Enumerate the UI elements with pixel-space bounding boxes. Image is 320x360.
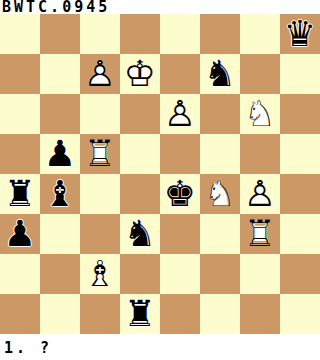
square-f6[interactable] [200, 94, 240, 134]
square-c5[interactable]: ♜♖ [80, 134, 120, 174]
square-g7[interactable] [240, 54, 280, 94]
square-g2[interactable] [240, 254, 280, 294]
square-a4[interactable]: ♜ [0, 174, 40, 214]
square-g3[interactable]: ♜♖ [240, 214, 280, 254]
square-d8[interactable] [120, 14, 160, 54]
square-d4[interactable] [120, 174, 160, 214]
square-c6[interactable] [80, 94, 120, 134]
square-c3[interactable] [80, 214, 120, 254]
square-f5[interactable] [200, 134, 240, 174]
square-c1[interactable] [80, 294, 120, 334]
square-h1[interactable] [280, 294, 320, 334]
square-f7[interactable]: ♞ [200, 54, 240, 94]
square-a6[interactable] [0, 94, 40, 134]
square-a5[interactable] [0, 134, 40, 174]
square-e8[interactable] [160, 14, 200, 54]
square-f2[interactable] [200, 254, 240, 294]
square-c8[interactable] [80, 14, 120, 54]
move-prompt: 1. ? [4, 340, 52, 358]
square-h3[interactable] [280, 214, 320, 254]
square-a1[interactable] [0, 294, 40, 334]
black-queen[interactable]: ♛ [280, 14, 320, 54]
square-c2[interactable]: ♝♗ [80, 254, 120, 294]
square-b1[interactable] [40, 294, 80, 334]
black-king[interactable]: ♚ [160, 174, 200, 214]
square-d1[interactable]: ♜ [120, 294, 160, 334]
white-knight[interactable]: ♞♘ [200, 174, 240, 214]
square-a3[interactable]: ♟ [0, 214, 40, 254]
square-e3[interactable] [160, 214, 200, 254]
square-h4[interactable] [280, 174, 320, 214]
square-e4[interactable]: ♚ [160, 174, 200, 214]
square-h5[interactable] [280, 134, 320, 174]
white-rook[interactable]: ♜♖ [240, 214, 280, 254]
square-h7[interactable] [280, 54, 320, 94]
square-f8[interactable] [200, 14, 240, 54]
black-pawn[interactable]: ♟ [40, 134, 80, 174]
square-a8[interactable] [0, 14, 40, 54]
square-e1[interactable] [160, 294, 200, 334]
square-g4[interactable]: ♟♙ [240, 174, 280, 214]
square-a7[interactable] [0, 54, 40, 94]
square-b2[interactable] [40, 254, 80, 294]
square-d3[interactable]: ♞ [120, 214, 160, 254]
white-rook[interactable]: ♜♖ [80, 134, 120, 174]
square-e7[interactable] [160, 54, 200, 94]
square-h6[interactable] [280, 94, 320, 134]
square-e6[interactable]: ♟♙ [160, 94, 200, 134]
white-pawn[interactable]: ♟♙ [240, 174, 280, 214]
white-bishop[interactable]: ♝♗ [80, 254, 120, 294]
square-b7[interactable] [40, 54, 80, 94]
square-c4[interactable] [80, 174, 120, 214]
square-d2[interactable] [120, 254, 160, 294]
square-d7[interactable]: ♚♔ [120, 54, 160, 94]
white-knight[interactable]: ♞♘ [240, 94, 280, 134]
square-h2[interactable] [280, 254, 320, 294]
black-rook[interactable]: ♜ [0, 174, 40, 214]
square-h8[interactable]: ♛ [280, 14, 320, 54]
square-b3[interactable] [40, 214, 80, 254]
black-rook[interactable]: ♜ [120, 294, 160, 334]
square-g8[interactable] [240, 14, 280, 54]
square-e5[interactable] [160, 134, 200, 174]
square-c7[interactable]: ♟♙ [80, 54, 120, 94]
square-a2[interactable] [0, 254, 40, 294]
square-b4[interactable]: ♝ [40, 174, 80, 214]
square-g1[interactable] [240, 294, 280, 334]
square-f4[interactable]: ♞♘ [200, 174, 240, 214]
black-knight[interactable]: ♞ [120, 214, 160, 254]
white-pawn[interactable]: ♟♙ [80, 54, 120, 94]
square-b5[interactable]: ♟ [40, 134, 80, 174]
chess-diagram-window: BWTC.0945 ♛♟♙♚♔♞♟♙♞♘♟♜♖♜♝♚♞♘♟♙♟♞♜♖♝♗♜ 1.… [0, 0, 320, 360]
square-d5[interactable] [120, 134, 160, 174]
white-pawn[interactable]: ♟♙ [160, 94, 200, 134]
square-b8[interactable] [40, 14, 80, 54]
square-g5[interactable] [240, 134, 280, 174]
black-pawn[interactable]: ♟ [0, 214, 40, 254]
square-f3[interactable] [200, 214, 240, 254]
square-f1[interactable] [200, 294, 240, 334]
square-g6[interactable]: ♞♘ [240, 94, 280, 134]
square-b6[interactable] [40, 94, 80, 134]
chess-board: ♛♟♙♚♔♞♟♙♞♘♟♜♖♜♝♚♞♘♟♙♟♞♜♖♝♗♜ [0, 14, 320, 334]
white-king[interactable]: ♚♔ [120, 54, 160, 94]
square-d6[interactable] [120, 94, 160, 134]
puzzle-id-label: BWTC.0945 [2, 0, 110, 14]
square-e2[interactable] [160, 254, 200, 294]
black-bishop[interactable]: ♝ [40, 174, 80, 214]
black-knight[interactable]: ♞ [200, 54, 240, 94]
